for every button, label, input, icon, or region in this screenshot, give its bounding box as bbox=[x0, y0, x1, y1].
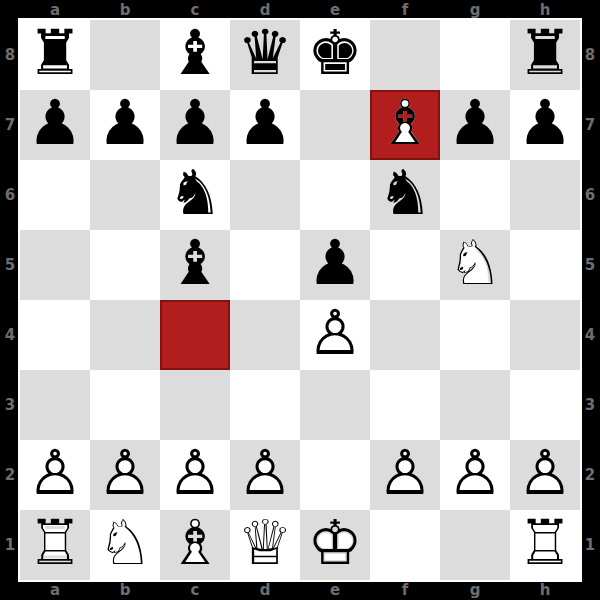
square-f8[interactable] bbox=[370, 20, 440, 90]
square-b5[interactable] bbox=[90, 230, 160, 300]
square-h2[interactable]: ♟♙ bbox=[510, 440, 580, 510]
square-a3[interactable] bbox=[20, 370, 90, 440]
file-label-a: a bbox=[20, 580, 90, 600]
square-a4[interactable] bbox=[20, 300, 90, 370]
file-label-f: f bbox=[370, 0, 440, 20]
piece-white-bishop[interactable]: ♝♗ bbox=[370, 90, 440, 160]
piece-outline: ♗ bbox=[377, 92, 433, 154]
file-label-f: f bbox=[370, 580, 440, 600]
square-g1[interactable] bbox=[440, 510, 510, 580]
rank-label-8: 8 bbox=[0, 20, 20, 90]
square-d5[interactable] bbox=[230, 230, 300, 300]
piece-white-knight[interactable]: ♞♘ bbox=[90, 510, 160, 580]
square-a8[interactable]: ♜ bbox=[20, 20, 90, 90]
piece-outline: ♗ bbox=[167, 512, 223, 574]
piece-white-pawn[interactable]: ♟♙ bbox=[370, 440, 440, 510]
square-a2[interactable]: ♟♙ bbox=[20, 440, 90, 510]
piece-black-rook[interactable]: ♜ bbox=[510, 20, 580, 90]
square-g2[interactable]: ♟♙ bbox=[440, 440, 510, 510]
rank-label-6: 6 bbox=[0, 160, 20, 230]
rank-label-1: 1 bbox=[580, 510, 600, 580]
square-g7[interactable]: ♟ bbox=[440, 90, 510, 160]
piece-fill: ♟ bbox=[97, 92, 153, 154]
piece-fill: ♞ bbox=[167, 162, 223, 224]
file-label-c: c bbox=[160, 580, 230, 600]
square-f4[interactable] bbox=[370, 300, 440, 370]
piece-outline: ♙ bbox=[97, 442, 153, 504]
piece-white-bishop[interactable]: ♝♗ bbox=[160, 510, 230, 580]
square-a5[interactable] bbox=[20, 230, 90, 300]
chess-board: ♜♝♛♚♜♟♟♟♟♝♗♟♟♞♞♝♟♞♘♟♙♟♙♟♙♟♙♟♙♟♙♟♙♟♙♜♖♞♘♝… bbox=[20, 20, 580, 580]
piece-black-queen[interactable]: ♛ bbox=[230, 20, 300, 90]
piece-fill: ♟ bbox=[447, 92, 503, 154]
square-b1[interactable]: ♞♘ bbox=[90, 510, 160, 580]
square-h7[interactable]: ♟ bbox=[510, 90, 580, 160]
coords-top: abcdefgh bbox=[20, 0, 580, 20]
piece-fill: ♟ bbox=[167, 92, 223, 154]
piece-white-rook[interactable]: ♜♖ bbox=[20, 510, 90, 580]
piece-white-pawn[interactable]: ♟♙ bbox=[90, 440, 160, 510]
square-f6[interactable]: ♞ bbox=[370, 160, 440, 230]
piece-outline: ♙ bbox=[27, 442, 83, 504]
piece-white-knight[interactable]: ♞♘ bbox=[440, 230, 510, 300]
piece-white-rook[interactable]: ♜♖ bbox=[510, 510, 580, 580]
square-c2[interactable]: ♟♙ bbox=[160, 440, 230, 510]
piece-outline: ♙ bbox=[237, 442, 293, 504]
piece-fill: ♝ bbox=[167, 232, 223, 294]
rank-label-2: 2 bbox=[580, 440, 600, 510]
piece-outline: ♔ bbox=[307, 512, 363, 574]
square-b7[interactable]: ♟ bbox=[90, 90, 160, 160]
square-h4[interactable] bbox=[510, 300, 580, 370]
square-a1[interactable]: ♜♖ bbox=[20, 510, 90, 580]
square-h3[interactable] bbox=[510, 370, 580, 440]
square-d4[interactable] bbox=[230, 300, 300, 370]
piece-outline: ♙ bbox=[377, 442, 433, 504]
square-c1[interactable]: ♝♗ bbox=[160, 510, 230, 580]
square-h6[interactable] bbox=[510, 160, 580, 230]
piece-outline: ♙ bbox=[167, 442, 223, 504]
piece-white-king[interactable]: ♚♔ bbox=[300, 510, 370, 580]
piece-fill: ♜ bbox=[27, 22, 83, 84]
piece-outline: ♙ bbox=[517, 442, 573, 504]
piece-black-knight[interactable]: ♞ bbox=[370, 160, 440, 230]
piece-black-pawn[interactable]: ♟ bbox=[440, 90, 510, 160]
square-g3[interactable] bbox=[440, 370, 510, 440]
square-b2[interactable]: ♟♙ bbox=[90, 440, 160, 510]
rank-label-4: 4 bbox=[580, 300, 600, 370]
piece-black-bishop[interactable]: ♝ bbox=[160, 20, 230, 90]
rank-label-2: 2 bbox=[0, 440, 20, 510]
rank-label-3: 3 bbox=[580, 370, 600, 440]
square-e5[interactable]: ♟ bbox=[300, 230, 370, 300]
file-label-g: g bbox=[440, 580, 510, 600]
square-e1[interactable]: ♚♔ bbox=[300, 510, 370, 580]
square-g5[interactable]: ♞♘ bbox=[440, 230, 510, 300]
square-g8[interactable] bbox=[440, 20, 510, 90]
piece-white-pawn[interactable]: ♟♙ bbox=[510, 440, 580, 510]
piece-black-pawn[interactable]: ♟ bbox=[20, 90, 90, 160]
rank-label-5: 5 bbox=[580, 230, 600, 300]
piece-black-pawn[interactable]: ♟ bbox=[300, 230, 370, 300]
coords-right: 87654321 bbox=[580, 20, 600, 580]
piece-fill: ♞ bbox=[377, 162, 433, 224]
file-label-h: h bbox=[510, 580, 580, 600]
square-f2[interactable]: ♟♙ bbox=[370, 440, 440, 510]
piece-white-pawn[interactable]: ♟♙ bbox=[440, 440, 510, 510]
file-label-d: d bbox=[230, 580, 300, 600]
square-c6[interactable]: ♞ bbox=[160, 160, 230, 230]
piece-outline: ♘ bbox=[97, 512, 153, 574]
square-c8[interactable]: ♝ bbox=[160, 20, 230, 90]
square-b3[interactable] bbox=[90, 370, 160, 440]
piece-black-king[interactable]: ♚ bbox=[300, 20, 370, 90]
file-label-g: g bbox=[440, 0, 510, 20]
square-d8[interactable]: ♛ bbox=[230, 20, 300, 90]
rank-label-3: 3 bbox=[0, 370, 20, 440]
square-d1[interactable]: ♛♕ bbox=[230, 510, 300, 580]
square-f7[interactable]: ♝♗ bbox=[370, 90, 440, 160]
rank-label-4: 4 bbox=[0, 300, 20, 370]
piece-white-pawn[interactable]: ♟♙ bbox=[230, 440, 300, 510]
square-b6[interactable] bbox=[90, 160, 160, 230]
piece-outline: ♖ bbox=[517, 512, 573, 574]
coords-left: 87654321 bbox=[0, 20, 20, 580]
rank-label-7: 7 bbox=[580, 90, 600, 160]
piece-black-pawn[interactable]: ♟ bbox=[230, 90, 300, 160]
rank-label-7: 7 bbox=[0, 90, 20, 160]
rank-label-1: 1 bbox=[0, 510, 20, 580]
square-e3[interactable] bbox=[300, 370, 370, 440]
piece-fill: ♟ bbox=[517, 92, 573, 154]
piece-fill: ♚ bbox=[307, 22, 363, 84]
file-label-e: e bbox=[300, 580, 370, 600]
square-f3[interactable] bbox=[370, 370, 440, 440]
square-b4[interactable] bbox=[90, 300, 160, 370]
piece-white-pawn[interactable]: ♟♙ bbox=[20, 440, 90, 510]
square-a6[interactable] bbox=[20, 160, 90, 230]
square-g4[interactable] bbox=[440, 300, 510, 370]
piece-fill: ♟ bbox=[307, 232, 363, 294]
piece-fill: ♟ bbox=[27, 92, 83, 154]
file-label-b: b bbox=[90, 580, 160, 600]
piece-outline: ♙ bbox=[307, 302, 363, 364]
piece-black-rook[interactable]: ♜ bbox=[20, 20, 90, 90]
square-f5[interactable] bbox=[370, 230, 440, 300]
file-label-b: b bbox=[90, 0, 160, 20]
rank-label-5: 5 bbox=[0, 230, 20, 300]
piece-white-pawn[interactable]: ♟♙ bbox=[300, 300, 370, 370]
piece-outline: ♙ bbox=[447, 442, 503, 504]
piece-black-knight[interactable]: ♞ bbox=[160, 160, 230, 230]
rank-label-8: 8 bbox=[580, 20, 600, 90]
square-e6[interactable] bbox=[300, 160, 370, 230]
piece-outline: ♕ bbox=[237, 512, 293, 574]
square-d7[interactable]: ♟ bbox=[230, 90, 300, 160]
square-d6[interactable] bbox=[230, 160, 300, 230]
square-c3[interactable] bbox=[160, 370, 230, 440]
square-h1[interactable]: ♜♖ bbox=[510, 510, 580, 580]
piece-black-pawn[interactable]: ♟ bbox=[90, 90, 160, 160]
piece-fill: ♜ bbox=[517, 22, 573, 84]
piece-outline: ♘ bbox=[447, 232, 503, 294]
square-e7[interactable] bbox=[300, 90, 370, 160]
square-e4[interactable]: ♟♙ bbox=[300, 300, 370, 370]
square-a7[interactable]: ♟ bbox=[20, 90, 90, 160]
square-b8[interactable] bbox=[90, 20, 160, 90]
square-d3[interactable] bbox=[230, 370, 300, 440]
piece-fill: ♝ bbox=[167, 22, 223, 84]
square-g6[interactable] bbox=[440, 160, 510, 230]
square-d2[interactable]: ♟♙ bbox=[230, 440, 300, 510]
square-e2[interactable] bbox=[300, 440, 370, 510]
piece-fill: ♟ bbox=[237, 92, 293, 154]
square-f1[interactable] bbox=[370, 510, 440, 580]
square-e8[interactable]: ♚ bbox=[300, 20, 370, 90]
piece-white-pawn[interactable]: ♟♙ bbox=[160, 440, 230, 510]
rank-label-6: 6 bbox=[580, 160, 600, 230]
square-c5[interactable]: ♝ bbox=[160, 230, 230, 300]
piece-black-bishop[interactable]: ♝ bbox=[160, 230, 230, 300]
square-c4[interactable] bbox=[160, 300, 230, 370]
piece-black-pawn[interactable]: ♟ bbox=[510, 90, 580, 160]
piece-fill: ♛ bbox=[237, 22, 293, 84]
square-c7[interactable]: ♟ bbox=[160, 90, 230, 160]
chess-board-frame: abcdefgh abcdefgh 87654321 87654321 ♜♝♛♚… bbox=[0, 0, 600, 600]
coords-bottom: abcdefgh bbox=[20, 580, 580, 600]
square-h8[interactable]: ♜ bbox=[510, 20, 580, 90]
square-h5[interactable] bbox=[510, 230, 580, 300]
piece-outline: ♖ bbox=[27, 512, 83, 574]
piece-white-queen[interactable]: ♛♕ bbox=[230, 510, 300, 580]
piece-black-pawn[interactable]: ♟ bbox=[160, 90, 230, 160]
